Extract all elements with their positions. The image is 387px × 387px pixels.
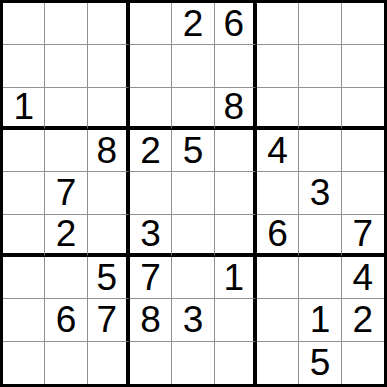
- cell-r5c2[interactable]: 7: [45, 172, 87, 214]
- cell-r6c6[interactable]: [215, 215, 257, 257]
- cell-r5c6[interactable]: [215, 172, 257, 214]
- cell-r8c4[interactable]: 8: [130, 299, 172, 341]
- cell-r3c4[interactable]: [130, 88, 172, 130]
- cell-r4c5[interactable]: 5: [172, 130, 214, 172]
- cell-r8c7[interactable]: [257, 299, 299, 341]
- cell-r4c6[interactable]: [215, 130, 257, 172]
- cell-r8c9[interactable]: 2: [342, 299, 384, 341]
- cell-r5c9[interactable]: [342, 172, 384, 214]
- cell-r9c9[interactable]: [342, 342, 384, 384]
- cell-r7c8[interactable]: [299, 257, 341, 299]
- cell-r2c2[interactable]: [45, 45, 87, 87]
- cell-r9c2[interactable]: [45, 342, 87, 384]
- cell-r5c1[interactable]: [3, 172, 45, 214]
- sudoku-board: 2618825473236757146783125: [0, 0, 387, 387]
- cell-r7c2[interactable]: [45, 257, 87, 299]
- cell-r9c1[interactable]: [3, 342, 45, 384]
- cell-r8c5[interactable]: 3: [172, 299, 214, 341]
- cell-r3c3[interactable]: [88, 88, 130, 130]
- cell-r5c7[interactable]: [257, 172, 299, 214]
- cell-r1c4[interactable]: [130, 3, 172, 45]
- cell-r7c1[interactable]: [3, 257, 45, 299]
- cell-r9c7[interactable]: [257, 342, 299, 384]
- cell-r4c1[interactable]: [3, 130, 45, 172]
- cell-r3c8[interactable]: [299, 88, 341, 130]
- cell-r8c8[interactable]: 1: [299, 299, 341, 341]
- cell-r3c5[interactable]: [172, 88, 214, 130]
- cell-r9c4[interactable]: [130, 342, 172, 384]
- cell-r9c3[interactable]: [88, 342, 130, 384]
- cell-r2c3[interactable]: [88, 45, 130, 87]
- cell-r3c7[interactable]: [257, 88, 299, 130]
- cell-r3c1[interactable]: 1: [3, 88, 45, 130]
- cell-r7c6[interactable]: 1: [215, 257, 257, 299]
- cell-r8c1[interactable]: [3, 299, 45, 341]
- cell-r8c2[interactable]: 6: [45, 299, 87, 341]
- cell-r2c7[interactable]: [257, 45, 299, 87]
- cell-r9c5[interactable]: [172, 342, 214, 384]
- cell-r1c5[interactable]: 2: [172, 3, 214, 45]
- cell-r2c1[interactable]: [3, 45, 45, 87]
- cell-r6c3[interactable]: [88, 215, 130, 257]
- cell-r6c9[interactable]: 7: [342, 215, 384, 257]
- cell-r7c3[interactable]: 5: [88, 257, 130, 299]
- cell-r1c6[interactable]: 6: [215, 3, 257, 45]
- cell-r3c6[interactable]: 8: [215, 88, 257, 130]
- cell-r2c5[interactable]: [172, 45, 214, 87]
- cell-r9c6[interactable]: [215, 342, 257, 384]
- cell-r4c2[interactable]: [45, 130, 87, 172]
- cell-r1c1[interactable]: [3, 3, 45, 45]
- cell-r5c3[interactable]: [88, 172, 130, 214]
- cell-r6c4[interactable]: 3: [130, 215, 172, 257]
- cell-r9c8[interactable]: 5: [299, 342, 341, 384]
- cell-r3c2[interactable]: [45, 88, 87, 130]
- cell-r6c5[interactable]: [172, 215, 214, 257]
- cell-r4c3[interactable]: 8: [88, 130, 130, 172]
- cell-r7c5[interactable]: [172, 257, 214, 299]
- cell-r7c7[interactable]: [257, 257, 299, 299]
- cell-r2c9[interactable]: [342, 45, 384, 87]
- cell-r1c3[interactable]: [88, 3, 130, 45]
- cell-r6c1[interactable]: [3, 215, 45, 257]
- cell-r2c6[interactable]: [215, 45, 257, 87]
- cell-r3c9[interactable]: [342, 88, 384, 130]
- cell-r1c7[interactable]: [257, 3, 299, 45]
- cell-r1c2[interactable]: [45, 3, 87, 45]
- cell-r4c4[interactable]: 2: [130, 130, 172, 172]
- cell-r6c2[interactable]: 2: [45, 215, 87, 257]
- cell-r5c8[interactable]: 3: [299, 172, 341, 214]
- cell-r5c4[interactable]: [130, 172, 172, 214]
- cell-r1c8[interactable]: [299, 3, 341, 45]
- cell-r6c8[interactable]: [299, 215, 341, 257]
- cell-r7c9[interactable]: 4: [342, 257, 384, 299]
- cell-r6c7[interactable]: 6: [257, 215, 299, 257]
- cell-r8c6[interactable]: [215, 299, 257, 341]
- cell-r4c9[interactable]: [342, 130, 384, 172]
- cell-r2c8[interactable]: [299, 45, 341, 87]
- cell-r4c7[interactable]: 4: [257, 130, 299, 172]
- cell-r7c4[interactable]: 7: [130, 257, 172, 299]
- cell-r8c3[interactable]: 7: [88, 299, 130, 341]
- cell-r4c8[interactable]: [299, 130, 341, 172]
- cell-r5c5[interactable]: [172, 172, 214, 214]
- cell-r1c9[interactable]: [342, 3, 384, 45]
- cell-r2c4[interactable]: [130, 45, 172, 87]
